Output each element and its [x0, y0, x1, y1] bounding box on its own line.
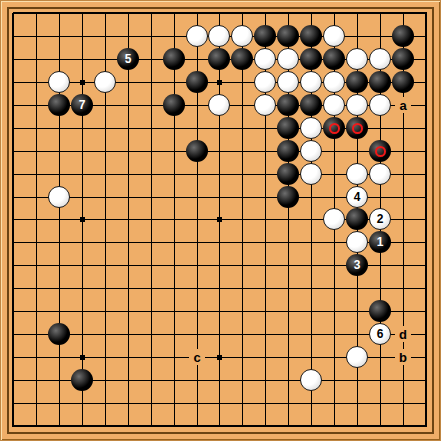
grid-line-horizontal — [13, 12, 427, 14]
black-stone — [369, 71, 391, 93]
black-stone-move-5: 5 — [117, 48, 139, 70]
grid-line-vertical — [36, 13, 37, 427]
black-stone — [346, 71, 368, 93]
black-stone — [163, 94, 185, 116]
black-stone-move-3: 3 — [346, 254, 368, 276]
white-stone — [323, 94, 345, 116]
grid-line-vertical — [12, 13, 14, 427]
white-stone — [300, 71, 322, 93]
white-stone-move-6: 6 — [369, 323, 391, 345]
white-stone — [346, 48, 368, 70]
red-circle-mark-icon — [375, 146, 386, 157]
white-stone — [277, 71, 299, 93]
red-circle-mark-icon — [329, 123, 340, 134]
black-stone — [48, 323, 70, 345]
star-point — [217, 80, 222, 85]
grid-line-horizontal — [13, 425, 427, 427]
black-stone — [392, 25, 414, 47]
white-stone — [323, 208, 345, 230]
white-stone-move-4: 4 — [346, 186, 368, 208]
white-stone — [186, 25, 208, 47]
point-label-d: d — [395, 326, 411, 342]
white-stone — [300, 369, 322, 391]
white-stone — [231, 25, 253, 47]
black-stone — [163, 48, 185, 70]
white-stone — [323, 71, 345, 93]
black-stone — [392, 71, 414, 93]
white-stone-move-2: 2 — [369, 208, 391, 230]
white-stone — [254, 48, 276, 70]
black-stone — [277, 94, 299, 116]
go-diagram: 5742136 adbc — [0, 0, 441, 441]
black-stone — [369, 300, 391, 322]
white-stone — [48, 186, 70, 208]
grid-line-vertical — [128, 13, 129, 427]
black-stone — [300, 94, 322, 116]
black-stone — [277, 140, 299, 162]
white-stone — [300, 163, 322, 185]
white-stone — [346, 163, 368, 185]
black-stone — [186, 71, 208, 93]
grid-line-horizontal — [13, 334, 427, 335]
grid-line-horizontal — [13, 151, 427, 152]
white-stone — [346, 94, 368, 116]
black-stone — [346, 208, 368, 230]
black-stone — [277, 25, 299, 47]
point-label-a: a — [395, 97, 411, 113]
star-point — [217, 355, 222, 360]
white-stone — [254, 94, 276, 116]
black-stone-move-7: 7 — [71, 94, 93, 116]
star-point — [80, 217, 85, 222]
black-stone — [208, 48, 230, 70]
go-board: 5742136 adbc — [0, 0, 441, 441]
black-stone — [277, 186, 299, 208]
white-stone — [300, 140, 322, 162]
grid-line-vertical — [174, 13, 175, 427]
white-stone — [94, 71, 116, 93]
black-stone — [392, 48, 414, 70]
black-stone — [48, 94, 70, 116]
grid-line-horizontal — [13, 311, 427, 312]
red-circle-mark-icon — [352, 123, 363, 134]
grid-line-vertical — [425, 13, 427, 427]
point-label-b: b — [395, 349, 411, 365]
grid-line-vertical — [242, 13, 243, 427]
white-stone — [346, 346, 368, 368]
white-stone — [369, 94, 391, 116]
grid-line-horizontal — [13, 403, 427, 404]
white-stone — [208, 94, 230, 116]
black-stone — [254, 25, 276, 47]
point-label-c: c — [189, 349, 205, 365]
black-stone — [277, 117, 299, 139]
black-stone — [231, 48, 253, 70]
black-stone-move-1: 1 — [369, 231, 391, 253]
black-stone — [186, 140, 208, 162]
white-stone — [277, 48, 299, 70]
black-stone — [300, 48, 322, 70]
star-point — [80, 80, 85, 85]
grid-line-vertical — [151, 13, 152, 427]
white-stone — [346, 231, 368, 253]
white-stone — [48, 71, 70, 93]
star-point — [80, 355, 85, 360]
black-stone — [300, 25, 322, 47]
black-stone — [323, 48, 345, 70]
black-stone — [71, 369, 93, 391]
grid-line-horizontal — [13, 288, 427, 289]
white-stone — [254, 71, 276, 93]
white-stone — [323, 25, 345, 47]
black-stone — [277, 163, 299, 185]
star-point — [217, 217, 222, 222]
white-stone — [208, 25, 230, 47]
white-stone — [300, 117, 322, 139]
white-stone — [369, 48, 391, 70]
white-stone — [369, 163, 391, 185]
